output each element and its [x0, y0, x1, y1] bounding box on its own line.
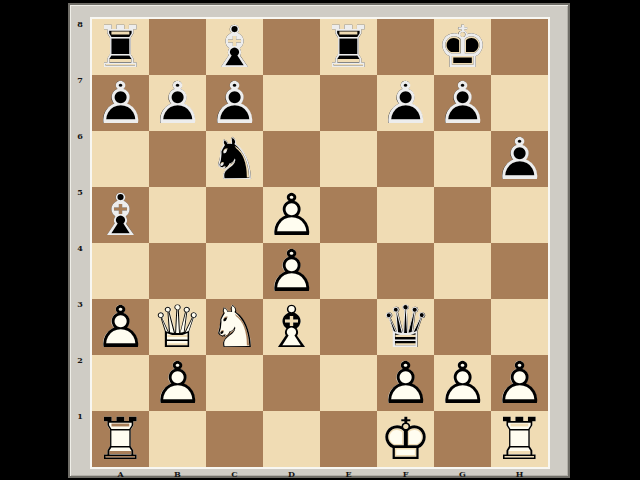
square-d1 [263, 411, 320, 467]
square-a6 [92, 131, 149, 187]
square-g4 [434, 243, 491, 299]
file-label-b: B [149, 469, 206, 480]
square-f2: ♟♙ [377, 355, 434, 411]
rank-label-4: 4 [70, 243, 90, 299]
white-pawn: ♟♙ [263, 243, 320, 299]
black-pawn: ♟♙ [377, 75, 434, 131]
chessboard: ♜♖♝♗♜♖♚♔♟♙♟♙♟♙♟♙♟♙♞♘♟♙♝♗♟♙♟♙♟♙♛♕♞♘♝♗♛♕♟♙… [90, 17, 550, 469]
square-b4 [149, 243, 206, 299]
square-c6: ♞♘ [206, 131, 263, 187]
white-pawn: ♟♙ [491, 355, 548, 411]
square-b1 [149, 411, 206, 467]
square-e7 [320, 75, 377, 131]
black-pawn: ♟♙ [434, 75, 491, 131]
square-d6 [263, 131, 320, 187]
white-rook: ♜♖ [92, 411, 149, 467]
black-bishop: ♝♗ [92, 187, 149, 243]
square-a7: ♟♙ [92, 75, 149, 131]
white-bishop: ♝♗ [263, 299, 320, 355]
rank-label-3: 3 [70, 299, 90, 355]
black-pawn: ♟♙ [491, 131, 548, 187]
square-h8 [491, 19, 548, 75]
square-f4 [377, 243, 434, 299]
square-g1 [434, 411, 491, 467]
black-rook: ♜♖ [320, 19, 377, 75]
file-label-h: H [491, 469, 548, 480]
black-pawn: ♟♙ [206, 75, 263, 131]
black-rook: ♜♖ [92, 19, 149, 75]
black-queen: ♛♕ [377, 299, 434, 355]
square-e5 [320, 187, 377, 243]
square-c1 [206, 411, 263, 467]
chessboard-frame: 87654321 ♜♖♝♗♜♖♚♔♟♙♟♙♟♙♟♙♟♙♞♘♟♙♝♗♟♙♟♙♟♙♛… [68, 3, 570, 478]
white-king: ♚♔ [377, 411, 434, 467]
square-e2 [320, 355, 377, 411]
board-grid: ♜♖♝♗♜♖♚♔♟♙♟♙♟♙♟♙♟♙♞♘♟♙♝♗♟♙♟♙♟♙♛♕♞♘♝♗♛♕♟♙… [92, 19, 548, 467]
square-e4 [320, 243, 377, 299]
square-d4: ♟♙ [263, 243, 320, 299]
black-pawn: ♟♙ [92, 75, 149, 131]
square-f7: ♟♙ [377, 75, 434, 131]
rank-label-6: 6 [70, 131, 90, 187]
square-b7: ♟♙ [149, 75, 206, 131]
white-rook: ♜♖ [491, 411, 548, 467]
black-bishop: ♝♗ [206, 19, 263, 75]
square-e3 [320, 299, 377, 355]
square-g5 [434, 187, 491, 243]
file-label-d: D [263, 469, 320, 480]
rank-label-2: 2 [70, 355, 90, 411]
square-d5: ♟♙ [263, 187, 320, 243]
black-king: ♚♔ [434, 19, 491, 75]
square-a8: ♜♖ [92, 19, 149, 75]
white-pawn: ♟♙ [377, 355, 434, 411]
square-f3: ♛♕ [377, 299, 434, 355]
white-pawn: ♟♙ [434, 355, 491, 411]
square-h5 [491, 187, 548, 243]
rank-labels: 87654321 [70, 19, 90, 467]
file-label-a: A [92, 469, 149, 480]
file-label-g: G [434, 469, 491, 480]
square-h6: ♟♙ [491, 131, 548, 187]
white-pawn: ♟♙ [263, 187, 320, 243]
square-g3 [434, 299, 491, 355]
square-d3: ♝♗ [263, 299, 320, 355]
square-e1 [320, 411, 377, 467]
square-c7: ♟♙ [206, 75, 263, 131]
square-f1: ♚♔ [377, 411, 434, 467]
square-f6 [377, 131, 434, 187]
square-g8: ♚♔ [434, 19, 491, 75]
white-knight: ♞♘ [206, 299, 263, 355]
square-c4 [206, 243, 263, 299]
square-c3: ♞♘ [206, 299, 263, 355]
square-c8: ♝♗ [206, 19, 263, 75]
square-g7: ♟♙ [434, 75, 491, 131]
square-c5 [206, 187, 263, 243]
square-h1: ♜♖ [491, 411, 548, 467]
black-knight: ♞♘ [206, 131, 263, 187]
square-h3 [491, 299, 548, 355]
rank-label-1: 1 [70, 411, 90, 467]
square-h2: ♟♙ [491, 355, 548, 411]
square-a5: ♝♗ [92, 187, 149, 243]
square-b3: ♛♕ [149, 299, 206, 355]
square-a3: ♟♙ [92, 299, 149, 355]
square-b5 [149, 187, 206, 243]
letterbox-left [0, 0, 68, 480]
square-f8 [377, 19, 434, 75]
square-h4 [491, 243, 548, 299]
square-e6 [320, 131, 377, 187]
file-label-e: E [320, 469, 377, 480]
square-g2: ♟♙ [434, 355, 491, 411]
square-b8 [149, 19, 206, 75]
square-b2: ♟♙ [149, 355, 206, 411]
letterbox-right [570, 0, 640, 480]
video-frame: 87654321 ♜♖♝♗♜♖♚♔♟♙♟♙♟♙♟♙♟♙♞♘♟♙♝♗♟♙♟♙♟♙♛… [0, 0, 640, 480]
square-a2 [92, 355, 149, 411]
rank-label-8: 8 [70, 19, 90, 75]
square-d2 [263, 355, 320, 411]
square-a1: ♜♖ [92, 411, 149, 467]
white-pawn: ♟♙ [92, 299, 149, 355]
square-f5 [377, 187, 434, 243]
white-pawn: ♟♙ [149, 355, 206, 411]
file-labels: ABCDEFGH [92, 469, 548, 480]
square-c2 [206, 355, 263, 411]
square-d7 [263, 75, 320, 131]
square-b6 [149, 131, 206, 187]
square-d8 [263, 19, 320, 75]
square-a4 [92, 243, 149, 299]
white-queen: ♛♕ [149, 299, 206, 355]
square-h7 [491, 75, 548, 131]
square-g6 [434, 131, 491, 187]
square-e8: ♜♖ [320, 19, 377, 75]
rank-label-7: 7 [70, 75, 90, 131]
black-pawn: ♟♙ [149, 75, 206, 131]
rank-label-5: 5 [70, 187, 90, 243]
file-label-f: F [377, 469, 434, 480]
file-label-c: C [206, 469, 263, 480]
